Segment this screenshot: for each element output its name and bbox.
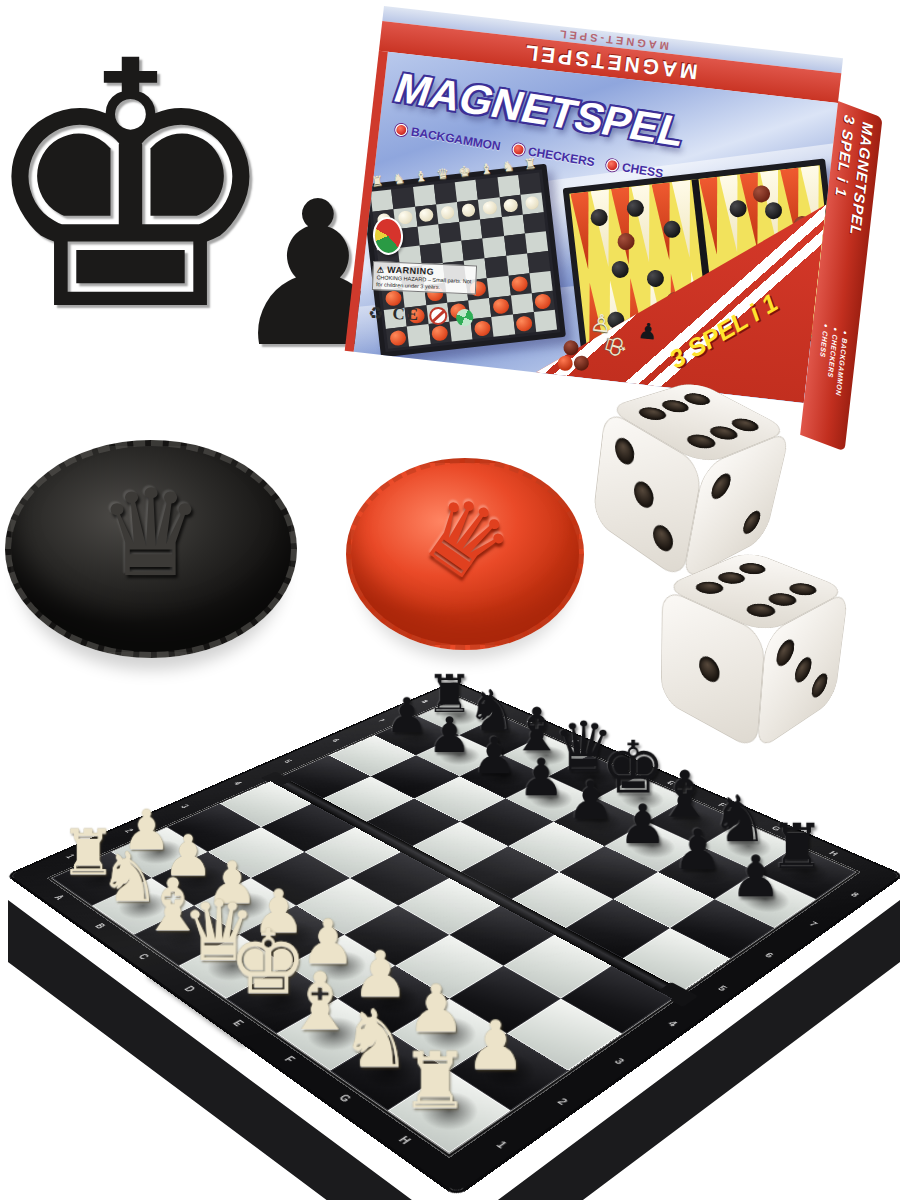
green-dot-icon	[453, 306, 475, 328]
art-square	[386, 327, 409, 349]
backgammon-points	[569, 180, 699, 271]
art-square	[531, 290, 554, 312]
coord-label: 5	[716, 984, 728, 992]
art-white-piece: ♝	[479, 161, 493, 176]
art-square	[518, 173, 541, 195]
art-white-piece: ♞	[501, 158, 515, 173]
coord-label: 6	[331, 738, 341, 743]
art-white-pawn-dot	[503, 199, 518, 213]
art-square	[487, 275, 510, 297]
art-square	[513, 312, 536, 334]
art-square	[436, 202, 459, 224]
art-square	[492, 315, 515, 337]
art-white-piece: ♞	[392, 171, 406, 186]
box-game-backgammon: BACKGAMMON	[394, 122, 502, 153]
art-square	[461, 239, 484, 261]
art-square	[480, 217, 503, 239]
art-square	[508, 273, 531, 295]
art-square	[534, 310, 557, 332]
coord-label: H	[396, 1135, 412, 1146]
art-white-pawn-dot	[398, 211, 413, 225]
board-frame: ABCDEFGH ABCDEFGH 87654321 87654321 ♜♞♝♛…	[10, 682, 900, 1193]
coord-label: 2	[556, 1097, 570, 1107]
art-red-checker-dot	[389, 329, 407, 346]
art-checker	[573, 355, 590, 372]
art-square	[459, 219, 482, 241]
warning-text: CHOKING HAZARD – Small parts. Not for ch…	[376, 274, 472, 291]
coord-label: 5	[283, 759, 294, 764]
art-square	[440, 241, 463, 263]
art-square	[470, 317, 493, 339]
art-square	[489, 295, 512, 317]
art-square	[419, 243, 442, 265]
piece-glyph: ♟	[683, 848, 827, 906]
art-white-pawn-dot	[482, 201, 497, 215]
art-square	[476, 177, 499, 199]
box-front-panel: MAGNETSPEL BACKGAMMON CHECKERS CHESS ♜♞♝…	[345, 51, 838, 403]
art-white-piece: ♛	[436, 166, 450, 181]
bullet-icon	[394, 123, 408, 137]
art-red-checker-dot	[492, 298, 510, 315]
art-square	[525, 231, 548, 253]
art-white-piece: ♜	[370, 173, 384, 188]
ce-mark: CE	[392, 304, 420, 325]
piece-glyph: ♜	[347, 1042, 522, 1120]
art-square	[520, 192, 543, 214]
art-square	[407, 324, 430, 346]
art-square	[434, 182, 457, 204]
coord-label: 8	[849, 891, 860, 898]
art-square	[501, 214, 524, 236]
coord-label: 4	[232, 781, 243, 786]
art-square	[510, 293, 533, 315]
art-square	[499, 195, 522, 217]
coord-label: 4	[666, 1019, 679, 1027]
art-square	[457, 199, 480, 221]
coord-label: 1	[494, 1139, 509, 1149]
chessboard-scene: ABCDEFGH ABCDEFGH 87654321 87654321 ♜♞♝♛…	[0, 560, 900, 1200]
art-square	[529, 271, 552, 293]
coord-label: 3	[613, 1057, 627, 1066]
box-game-chess: CHESS	[605, 157, 664, 180]
art-red-checker-dot	[473, 320, 491, 337]
bullet-icon	[605, 158, 619, 172]
art-square	[370, 189, 393, 211]
art-square	[506, 253, 529, 275]
recycle-icon: ♻	[368, 303, 384, 324]
art-square	[497, 175, 520, 197]
art-square	[527, 251, 550, 273]
art-checker	[557, 355, 574, 372]
art-square	[504, 234, 527, 256]
art-white-piece: ♝	[414, 168, 428, 183]
square-h7: ♟	[715, 872, 816, 928]
art-square	[485, 256, 508, 278]
art-square	[478, 197, 501, 219]
art-square	[455, 180, 478, 202]
art-red-checker-dot	[511, 276, 529, 293]
square-c4	[304, 827, 401, 878]
prohibited-icon	[429, 307, 448, 326]
art-white-piece: ♚	[458, 163, 472, 178]
product-photo: ♚ ♟ MAGNET-SPEL MAGNETSPEL MAGNETSPEL BA…	[0, 0, 900, 1200]
art-white-pawn-dot	[461, 203, 476, 217]
folding-chessboard: ABCDEFGH ABCDEFGH 87654321 87654321 ♜♞♝♛…	[10, 682, 900, 1193]
art-square	[391, 187, 414, 209]
art-red-checker-dot	[534, 293, 552, 310]
art-square	[483, 236, 506, 258]
point-triangle	[631, 185, 658, 264]
warning-label: WARNING CHOKING HAZARD – Small parts. No…	[372, 261, 477, 295]
point-triangle	[699, 177, 726, 256]
point-triangle	[591, 189, 618, 268]
art-checker	[563, 340, 580, 357]
art-red-checker-dot	[515, 315, 533, 332]
art-square	[413, 185, 436, 207]
art-red-checker-dot	[431, 325, 449, 342]
art-square	[523, 212, 546, 234]
art-black-pawn: ♟	[637, 318, 659, 345]
art-white-pawn-dot	[440, 206, 455, 220]
art-white-pawn-dot	[525, 196, 540, 210]
side-panel-games: BACKGAMMON CHECKERS CHESS	[809, 321, 851, 443]
art-square	[438, 221, 461, 243]
bullet-icon	[511, 143, 525, 157]
coord-label: 6	[763, 951, 775, 958]
art-white-pawn-dot	[419, 208, 434, 222]
box-art-chessboard: ♜♞♝♛♚♝♞♜	[361, 164, 566, 358]
art-square	[417, 224, 440, 246]
art-square	[415, 204, 438, 226]
point-triangle	[570, 191, 597, 270]
coord-label: 7	[808, 920, 819, 927]
